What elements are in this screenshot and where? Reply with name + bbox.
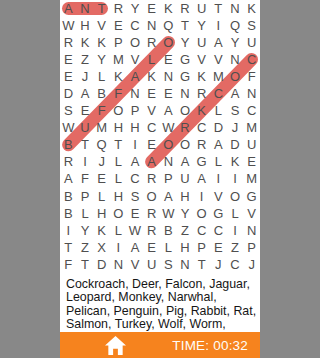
grid-cell-r5c6[interactable]: K xyxy=(143,68,160,85)
grid-cell-r2c9[interactable]: Y xyxy=(193,17,210,34)
grid-cell-r1c5[interactable]: Y xyxy=(127,0,144,17)
grid-cell-r2c1[interactable]: W xyxy=(60,17,77,34)
grid-cell-r2c10[interactable]: I xyxy=(210,17,227,34)
grid-cell-r8c12[interactable]: M xyxy=(243,119,260,136)
grid-cell-r7c1[interactable]: S xyxy=(60,102,77,119)
grid-cell-r15c2[interactable]: Z xyxy=(77,239,94,256)
grid-cell-r5c4[interactable]: K xyxy=(110,68,127,85)
grid-cell-r11c10[interactable]: I xyxy=(210,170,227,187)
grid-cell-r8c1[interactable]: W xyxy=(60,119,77,136)
grid-cells: ANTRYEKRUTNKWHVECNQTYIQSRKKPOROYUAYUEZYM… xyxy=(60,0,260,273)
grid-cell-r4c6[interactable]: L xyxy=(143,51,160,68)
grid-cell-r4c7[interactable]: E xyxy=(160,51,177,68)
grid-cell-r9c3[interactable]: Q xyxy=(93,136,110,153)
grid-cell-r7c10[interactable]: L xyxy=(210,102,227,119)
grid-cell-r1c3[interactable]: T xyxy=(93,0,110,17)
grid-cell-r2c11[interactable]: Q xyxy=(227,17,244,34)
grid-cell-r16c1[interactable]: F xyxy=(60,256,77,273)
grid-cell-r1c8[interactable]: R xyxy=(177,0,194,17)
grid-cell-r9c11[interactable]: D xyxy=(227,136,244,153)
grid-cell-r13c5[interactable]: E xyxy=(127,205,144,222)
grid-cell-r6c3[interactable]: B xyxy=(93,85,110,102)
grid-cell-r4c5[interactable]: V xyxy=(127,51,144,68)
grid-cell-r13c6[interactable]: R xyxy=(143,205,160,222)
grid-cell-r1c9[interactable]: U xyxy=(193,0,210,17)
grid-cell-r2c8[interactable]: T xyxy=(177,17,194,34)
grid-cell-r9c5[interactable]: I xyxy=(127,136,144,153)
grid-cell-r10c5[interactable]: A xyxy=(127,153,144,170)
grid-cell-r7c5[interactable]: P xyxy=(127,102,144,119)
grid-cell-r5c7[interactable]: N xyxy=(160,68,177,85)
grid-cell-r11c5[interactable]: C xyxy=(127,170,144,187)
grid-cell-r7c9[interactable]: K xyxy=(193,102,210,119)
grid-cell-r13c11[interactable]: L xyxy=(227,205,244,222)
grid-cell-r5c11[interactable]: O xyxy=(227,68,244,85)
home-icon xyxy=(104,335,127,356)
grid-cell-r2c2[interactable]: H xyxy=(77,17,94,34)
grid-cell-r2c12[interactable]: S xyxy=(243,17,260,34)
grid-cell-r13c9[interactable]: O xyxy=(193,205,210,222)
grid-cell-r10c7[interactable]: N xyxy=(160,153,177,170)
grid-cell-r5c3[interactable]: L xyxy=(93,68,110,85)
grid-cell-r9c9[interactable]: R xyxy=(193,136,210,153)
grid-cell-r9c2[interactable]: T xyxy=(77,136,94,153)
grid-cell-r16c7[interactable]: S xyxy=(160,256,177,273)
grid-cell-r3c3[interactable]: K xyxy=(93,34,110,51)
grid-cell-r6c6[interactable]: E xyxy=(143,85,160,102)
grid-cell-r6c7[interactable]: E xyxy=(160,85,177,102)
grid-cell-r15c7[interactable]: L xyxy=(160,239,177,256)
grid-cell-r10c10[interactable]: L xyxy=(210,153,227,170)
grid-cell-r12c2[interactable]: P xyxy=(77,188,94,205)
grid-cell-r3c1[interactable]: R xyxy=(60,34,77,51)
grid-cell-r14c12[interactable]: N xyxy=(243,222,260,239)
grid-cell-r14c5[interactable]: W xyxy=(127,222,144,239)
grid-cell-r6c10[interactable]: C xyxy=(210,85,227,102)
grid-cell-r1c12[interactable]: K xyxy=(243,0,260,17)
grid-cell-r13c10[interactable]: G xyxy=(210,205,227,222)
grid-cell-r9c10[interactable]: A xyxy=(210,136,227,153)
grid-cell-r8c7[interactable]: W xyxy=(160,119,177,136)
grid-cell-r15c8[interactable]: H xyxy=(177,239,194,256)
grid-cell-r10c9[interactable]: G xyxy=(193,153,210,170)
grid-cell-r15c6[interactable]: E xyxy=(143,239,160,256)
grid-cell-r14c1[interactable]: I xyxy=(60,222,77,239)
grid-cell-r14c11[interactable]: I xyxy=(227,222,244,239)
grid-cell-r1c11[interactable]: N xyxy=(227,0,244,17)
grid-cell-r2c5[interactable]: C xyxy=(127,17,144,34)
grid-cell-r3c2[interactable]: K xyxy=(77,34,94,51)
grid-cell-r4c2[interactable]: Z xyxy=(77,51,94,68)
grid-cell-r15c12[interactable]: P xyxy=(243,239,260,256)
grid-cell-r5c5[interactable]: A xyxy=(127,68,144,85)
grid-cell-r5c2[interactable]: J xyxy=(77,68,94,85)
grid-cell-r14c2[interactable]: Y xyxy=(77,222,94,239)
grid-cell-r16c5[interactable]: V xyxy=(127,256,144,273)
grid-cell-r2c7[interactable]: Q xyxy=(160,17,177,34)
grid-cell-r10c12[interactable]: E xyxy=(243,153,260,170)
grid-cell-r11c11[interactable]: I xyxy=(227,170,244,187)
grid-cell-r14c8[interactable]: Z xyxy=(177,222,194,239)
grid-cell-r6c12[interactable]: N xyxy=(243,85,260,102)
grid-cell-r16c10[interactable]: J xyxy=(210,256,227,273)
word-list: Cockroach, Deer, Falcon, Jaguar,Leopard,… xyxy=(60,273,260,332)
grid-cell-r6c9[interactable]: R xyxy=(193,85,210,102)
grid-cell-r6c1[interactable]: D xyxy=(60,85,77,102)
grid-cell-r1c1[interactable]: A xyxy=(60,0,77,17)
grid-cell-r16c12[interactable]: J xyxy=(243,256,260,273)
grid-cell-r16c2[interactable]: T xyxy=(77,256,94,273)
grid-cell-r12c7[interactable]: A xyxy=(160,188,177,205)
grid-cell-r15c3[interactable]: X xyxy=(93,239,110,256)
home-button[interactable] xyxy=(104,333,127,357)
grid-cell-r13c2[interactable]: L xyxy=(77,205,94,222)
grid-cell-r2c4[interactable]: E xyxy=(110,17,127,34)
grid-cell-r4c3[interactable]: Y xyxy=(93,51,110,68)
grid-cell-r7c12[interactable]: C xyxy=(243,102,260,119)
grid-cell-r5c10[interactable]: M xyxy=(210,68,227,85)
grid-cell-r4c8[interactable]: G xyxy=(177,51,194,68)
grid-cell-r13c1[interactable]: B xyxy=(60,205,77,222)
grid-cell-r14c4[interactable]: L xyxy=(110,222,127,239)
word-list-line: Cockroach, Deer, Falcon, Jaguar, xyxy=(66,278,260,291)
grid-cell-r3c9[interactable]: U xyxy=(193,34,210,51)
grid-cell-r3c6[interactable]: R xyxy=(143,34,160,51)
grid-cell-r16c6[interactable]: U xyxy=(143,256,160,273)
word-list-line: Pelican, Penguin, Pig, Rabbit, Rat, xyxy=(66,305,260,318)
grid-cell-r14c9[interactable]: C xyxy=(193,222,210,239)
grid-cell-r14c6[interactable]: R xyxy=(143,222,160,239)
timer-label: TIME: 00:32 xyxy=(172,338,248,353)
grid-cell-r10c2[interactable]: I xyxy=(77,153,94,170)
grid-cell-r4c10[interactable]: V xyxy=(210,51,227,68)
grid-cell-r12c1[interactable]: B xyxy=(60,188,77,205)
grid-cell-r15c9[interactable]: P xyxy=(193,239,210,256)
grid-cell-r6c11[interactable]: A xyxy=(227,85,244,102)
letter-grid: ANTRYEKRUTNKWHVECNQTYIQSRKKPOROYUAYUEZYM… xyxy=(60,0,260,273)
grid-cell-r6c5[interactable]: N xyxy=(127,85,144,102)
grid-cell-r16c3[interactable]: D xyxy=(93,256,110,273)
grid-cell-r9c7[interactable]: O xyxy=(160,136,177,153)
grid-cell-r1c6[interactable]: E xyxy=(143,0,160,17)
grid-cell-r11c12[interactable]: M xyxy=(243,170,260,187)
grid-cell-r7c4[interactable]: O xyxy=(110,102,127,119)
word-list-line: Leopard, Monkey, Narwhal, xyxy=(66,291,260,304)
grid-cell-r4c1[interactable]: E xyxy=(60,51,77,68)
grid-cell-r13c7[interactable]: W xyxy=(160,205,177,222)
grid-cell-r15c1[interactable]: T xyxy=(60,239,77,256)
grid-cell-r12c8[interactable]: H xyxy=(177,188,194,205)
grid-cell-r13c12[interactable]: V xyxy=(243,205,260,222)
grid-cell-r3c8[interactable]: Y xyxy=(177,34,194,51)
grid-cell-r5c12[interactable]: F xyxy=(243,68,260,85)
grid-cell-r16c11[interactable]: C xyxy=(227,256,244,273)
grid-cell-r9c12[interactable]: U xyxy=(243,136,260,153)
grid-cell-r8c4[interactable]: H xyxy=(110,119,127,136)
grid-cell-r3c11[interactable]: Y xyxy=(227,34,244,51)
grid-cell-r8c2[interactable]: U xyxy=(77,119,94,136)
grid-cell-r11c1[interactable]: A xyxy=(60,170,77,187)
grid-cell-r2c3[interactable]: V xyxy=(93,17,110,34)
grid-cell-r7c3[interactable]: F xyxy=(93,102,110,119)
grid-cell-r7c2[interactable]: E xyxy=(77,102,94,119)
grid-cell-r11c4[interactable]: L xyxy=(110,170,127,187)
grid-cell-r8c9[interactable]: C xyxy=(193,119,210,136)
grid-cell-r10c8[interactable]: A xyxy=(177,153,194,170)
bottom-bar: TIME: 00:32 xyxy=(60,332,260,358)
grid-cell-r3c7[interactable]: O xyxy=(160,34,177,51)
grid-cell-r13c8[interactable]: Y xyxy=(177,205,194,222)
grid-cell-r12c6[interactable]: O xyxy=(143,188,160,205)
grid-cell-r4c4[interactable]: M xyxy=(110,51,127,68)
grid-cell-r15c10[interactable]: E xyxy=(210,239,227,256)
grid-cell-r12c5[interactable]: S xyxy=(127,188,144,205)
grid-cell-r14c10[interactable]: C xyxy=(210,222,227,239)
grid-cell-r14c7[interactable]: B xyxy=(160,222,177,239)
grid-cell-r4c12[interactable]: C xyxy=(243,51,260,68)
grid-cell-r12c11[interactable]: O xyxy=(227,188,244,205)
grid-cell-r10c1[interactable]: R xyxy=(60,153,77,170)
grid-cell-r12c4[interactable]: H xyxy=(110,188,127,205)
grid-cell-r13c4[interactable]: O xyxy=(110,205,127,222)
grid-cell-r8c10[interactable]: D xyxy=(210,119,227,136)
grid-cell-r11c3[interactable]: E xyxy=(93,170,110,187)
grid-cell-r3c10[interactable]: A xyxy=(210,34,227,51)
grid-cell-r1c4[interactable]: R xyxy=(110,0,127,17)
grid-cell-r4c9[interactable]: V xyxy=(193,51,210,68)
grid-cell-r8c5[interactable]: H xyxy=(127,119,144,136)
grid-cell-r14c3[interactable]: K xyxy=(93,222,110,239)
grid-cell-r2c6[interactable]: N xyxy=(143,17,160,34)
grid-cell-r8c11[interactable]: J xyxy=(227,119,244,136)
word-list-line: Salmon, Turkey, Wolf, Worm, xyxy=(66,318,260,331)
grid-cell-r10c4[interactable]: L xyxy=(110,153,127,170)
grid-cell-r13c3[interactable]: H xyxy=(93,205,110,222)
grid-cell-r6c4[interactable]: F xyxy=(110,85,127,102)
grid-cell-r9c8[interactable]: O xyxy=(177,136,194,153)
grid-cell-r5c8[interactable]: G xyxy=(177,68,194,85)
grid-cell-r11c8[interactable]: U xyxy=(177,170,194,187)
grid-cell-r11c6[interactable]: R xyxy=(143,170,160,187)
grid-cell-r6c2[interactable]: A xyxy=(77,85,94,102)
grid-cell-r8c6[interactable]: C xyxy=(143,119,160,136)
grid-cell-r1c2[interactable]: N xyxy=(77,0,94,17)
grid-cell-r12c12[interactable]: G xyxy=(243,188,260,205)
grid-cell-r1c7[interactable]: K xyxy=(160,0,177,17)
grid-cell-r10c6[interactable]: A xyxy=(143,153,160,170)
grid-cell-r9c6[interactable]: E xyxy=(143,136,160,153)
grid-cell-r4c11[interactable]: N xyxy=(227,51,244,68)
grid-cell-r15c11[interactable]: Z xyxy=(227,239,244,256)
grid-cell-r11c2[interactable]: F xyxy=(77,170,94,187)
grid-cell-r9c4[interactable]: T xyxy=(110,136,127,153)
grid-cell-r7c7[interactable]: A xyxy=(160,102,177,119)
grid-cell-r5c1[interactable]: E xyxy=(60,68,77,85)
grid-cell-r5c9[interactable]: K xyxy=(193,68,210,85)
grid-cell-r3c4[interactable]: P xyxy=(110,34,127,51)
grid-cell-r6c8[interactable]: N xyxy=(177,85,194,102)
grid-cell-r16c9[interactable]: T xyxy=(193,256,210,273)
grid-cell-r9c1[interactable]: B xyxy=(60,136,77,153)
grid-cell-r16c8[interactable]: N xyxy=(177,256,194,273)
grid-cell-r1c10[interactable]: T xyxy=(210,0,227,17)
grid-cell-r10c3[interactable]: J xyxy=(93,153,110,170)
grid-cell-r15c5[interactable]: A xyxy=(127,239,144,256)
grid-cell-r8c8[interactable]: R xyxy=(177,119,194,136)
grid-cell-r7c6[interactable]: V xyxy=(143,102,160,119)
grid-cell-r10c11[interactable]: K xyxy=(227,153,244,170)
grid-cell-r12c10[interactable]: V xyxy=(210,188,227,205)
grid-cell-r12c3[interactable]: L xyxy=(93,188,110,205)
grid-cell-r3c5[interactable]: O xyxy=(127,34,144,51)
grid-cell-r12c9[interactable]: I xyxy=(193,188,210,205)
grid-cell-r7c11[interactable]: S xyxy=(227,102,244,119)
grid-cell-r11c9[interactable]: A xyxy=(193,170,210,187)
grid-cell-r15c4[interactable]: I xyxy=(110,239,127,256)
grid-cell-r7c8[interactable]: O xyxy=(177,102,194,119)
grid-cell-r8c3[interactable]: M xyxy=(93,119,110,136)
grid-cell-r16c4[interactable]: N xyxy=(110,256,127,273)
grid-cell-r11c7[interactable]: P xyxy=(160,170,177,187)
grid-cell-r3c12[interactable]: U xyxy=(243,34,260,51)
word-search-app: ANTRYEKRUTNKWHVECNQTYIQSRKKPOROYUAYUEZYM… xyxy=(60,0,260,358)
